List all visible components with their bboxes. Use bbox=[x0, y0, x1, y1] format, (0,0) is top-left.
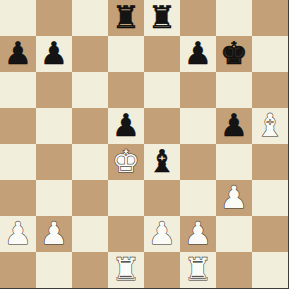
square-c7[interactable] bbox=[72, 36, 108, 72]
white-king-d4: ♚ bbox=[112, 146, 140, 177]
square-g1[interactable] bbox=[216, 252, 252, 288]
square-e5[interactable] bbox=[144, 108, 180, 144]
square-b7[interactable]: ♟ bbox=[36, 36, 72, 72]
white-pawn-b2: ♟ bbox=[40, 218, 68, 249]
square-h4[interactable] bbox=[252, 144, 288, 180]
square-f6[interactable] bbox=[180, 72, 216, 108]
black-pawn-a7: ♟ bbox=[4, 38, 32, 69]
square-a2[interactable]: ♟ bbox=[0, 216, 36, 252]
square-d4[interactable]: ♚ bbox=[108, 144, 144, 180]
square-g3[interactable]: ♟ bbox=[216, 180, 252, 216]
square-f2[interactable]: ♟ bbox=[180, 216, 216, 252]
square-d8[interactable]: ♜ bbox=[108, 0, 144, 36]
white-pawn-e2: ♟ bbox=[148, 218, 176, 249]
white-rook-d1: ♜ bbox=[112, 254, 140, 285]
square-h8[interactable] bbox=[252, 0, 288, 36]
square-h5[interactable]: ♝ bbox=[252, 108, 288, 144]
chess-board: ♜♜♟♟♟♚♟♟♝♚♝♟♟♟♟♟♜♜ bbox=[0, 0, 289, 289]
square-h2[interactable] bbox=[252, 216, 288, 252]
square-c2[interactable] bbox=[72, 216, 108, 252]
square-f4[interactable] bbox=[180, 144, 216, 180]
square-h1[interactable] bbox=[252, 252, 288, 288]
square-b6[interactable] bbox=[36, 72, 72, 108]
square-c5[interactable] bbox=[72, 108, 108, 144]
square-e7[interactable] bbox=[144, 36, 180, 72]
white-bishop-h5: ♝ bbox=[256, 110, 284, 141]
white-pawn-a2: ♟ bbox=[4, 218, 32, 249]
chess-board-container: ♜♜♟♟♟♚♟♟♝♚♝♟♟♟♟♟♜♜ bbox=[0, 0, 289, 289]
square-a1[interactable] bbox=[0, 252, 36, 288]
square-a3[interactable] bbox=[0, 180, 36, 216]
square-d2[interactable] bbox=[108, 216, 144, 252]
square-b1[interactable] bbox=[36, 252, 72, 288]
square-g8[interactable] bbox=[216, 0, 252, 36]
square-f3[interactable] bbox=[180, 180, 216, 216]
square-e3[interactable] bbox=[144, 180, 180, 216]
square-b3[interactable] bbox=[36, 180, 72, 216]
square-b4[interactable] bbox=[36, 144, 72, 180]
square-b2[interactable]: ♟ bbox=[36, 216, 72, 252]
black-rook-e8: ♜ bbox=[148, 2, 176, 33]
square-e1[interactable] bbox=[144, 252, 180, 288]
square-a6[interactable] bbox=[0, 72, 36, 108]
square-h7[interactable] bbox=[252, 36, 288, 72]
black-pawn-g5: ♟ bbox=[220, 110, 248, 141]
square-e4[interactable]: ♝ bbox=[144, 144, 180, 180]
square-c8[interactable] bbox=[72, 0, 108, 36]
square-d1[interactable]: ♜ bbox=[108, 252, 144, 288]
square-b8[interactable] bbox=[36, 0, 72, 36]
white-pawn-f2: ♟ bbox=[184, 218, 212, 249]
square-g4[interactable] bbox=[216, 144, 252, 180]
square-f1[interactable]: ♜ bbox=[180, 252, 216, 288]
square-d5[interactable]: ♟ bbox=[108, 108, 144, 144]
black-bishop-e4: ♝ bbox=[148, 146, 176, 177]
square-b5[interactable] bbox=[36, 108, 72, 144]
square-c6[interactable] bbox=[72, 72, 108, 108]
black-rook-d8: ♜ bbox=[112, 2, 140, 33]
white-pawn-g3: ♟ bbox=[220, 182, 248, 213]
square-d6[interactable] bbox=[108, 72, 144, 108]
square-a7[interactable]: ♟ bbox=[0, 36, 36, 72]
square-d3[interactable] bbox=[108, 180, 144, 216]
square-g7[interactable]: ♚ bbox=[216, 36, 252, 72]
black-king-g7: ♚ bbox=[220, 38, 248, 69]
square-e8[interactable]: ♜ bbox=[144, 0, 180, 36]
square-g5[interactable]: ♟ bbox=[216, 108, 252, 144]
black-pawn-d5: ♟ bbox=[112, 110, 140, 141]
square-c1[interactable] bbox=[72, 252, 108, 288]
square-g2[interactable] bbox=[216, 216, 252, 252]
square-f7[interactable]: ♟ bbox=[180, 36, 216, 72]
square-h6[interactable] bbox=[252, 72, 288, 108]
square-e6[interactable] bbox=[144, 72, 180, 108]
square-e2[interactable]: ♟ bbox=[144, 216, 180, 252]
square-c3[interactable] bbox=[72, 180, 108, 216]
square-f8[interactable] bbox=[180, 0, 216, 36]
square-a4[interactable] bbox=[0, 144, 36, 180]
square-g6[interactable] bbox=[216, 72, 252, 108]
square-a8[interactable] bbox=[0, 0, 36, 36]
square-a5[interactable] bbox=[0, 108, 36, 144]
square-h3[interactable] bbox=[252, 180, 288, 216]
black-pawn-b7: ♟ bbox=[40, 38, 68, 69]
white-rook-f1: ♜ bbox=[184, 254, 212, 285]
square-d7[interactable] bbox=[108, 36, 144, 72]
black-pawn-f7: ♟ bbox=[184, 38, 212, 69]
square-f5[interactable] bbox=[180, 108, 216, 144]
square-c4[interactable] bbox=[72, 144, 108, 180]
